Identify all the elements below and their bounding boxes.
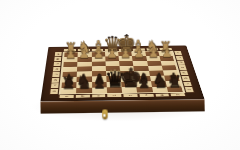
rank-label-3: 3 — [54, 62, 61, 66]
product-photo-stage: abcdefgh abcdefgh 12345678 12345678 ♜♞♝♛… — [0, 0, 240, 150]
rank-label-1: 1 — [55, 52, 62, 56]
pieces-layer: ♜♞♝♛♚♝♞♜♟♟♟♟♟♟♟♟♟♟♟♟♟♟♟♟♜♞♝♛♚♝♞♜ — [61, 51, 183, 93]
black-rook[interactable]: ♜ — [165, 74, 184, 90]
box-front-face — [40, 99, 204, 113]
rank-label-2: 2 — [54, 57, 61, 61]
chess-board: abcdefgh abcdefgh 12345678 12345678 ♜♞♝♛… — [40, 46, 204, 102]
file-label-f: f — [139, 94, 153, 97]
white-pawn[interactable]: ♟ — [158, 46, 175, 59]
brass-clasp-icon — [102, 109, 108, 119]
rank-label-3: 3 — [177, 60, 185, 64]
rank-label-7: 7 — [51, 83, 59, 88]
